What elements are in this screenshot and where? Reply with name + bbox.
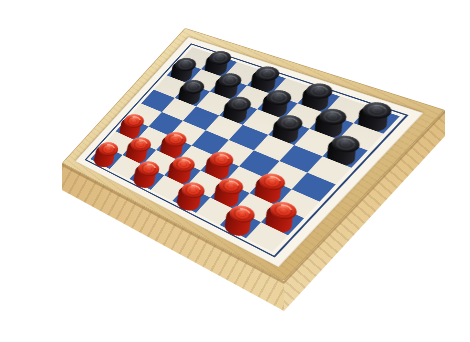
wooden-tray: ⛂⛂⛂⛂⛂⛂⛂⛂⛂⛂⛂⛂⛀⛀⛀⛀⛀⛀⛀⛀⛀⛀⛀⛀	[62, 28, 445, 281]
scene: ⛂⛂⛂⛂⛂⛂⛂⛂⛂⛂⛂⛂⛀⛀⛀⛀⛀⛀⛀⛀⛀⛀⛀⛀	[0, 0, 470, 342]
board-paper: ⛂⛂⛂⛂⛂⛂⛂⛂⛂⛂⛂⛂⛀⛀⛀⛀⛀⛀⛀⛀⛀⛀⛀⛀	[75, 37, 423, 267]
